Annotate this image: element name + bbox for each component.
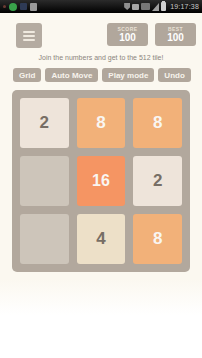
shield-status-icon <box>124 3 130 10</box>
tile-4: 4 <box>77 214 126 264</box>
tile-8: 8 <box>133 98 182 148</box>
clock-time: 19:17:38 <box>170 3 199 10</box>
green-app-notification-icon <box>9 3 17 11</box>
app-screen: 19:17:38 SCORE 100 BEST 100 Join the num… <box>0 0 202 358</box>
notification-dot-icon <box>3 5 6 8</box>
empty-cell <box>20 214 69 264</box>
gray-app-notification-icon <box>30 3 37 11</box>
notification-area <box>3 3 124 11</box>
signal-strength-icon <box>152 3 159 11</box>
toolbar: Grid Auto Move Play mode Undo <box>13 68 191 82</box>
best-box: BEST 100 <box>155 23 196 46</box>
score-box: SCORE 100 <box>107 23 148 46</box>
auto-move-button[interactable]: Auto Move <box>45 68 98 82</box>
system-status-area: 19:17:38 <box>124 2 199 11</box>
blue-app-notification-icon <box>20 3 27 10</box>
tile-2: 2 <box>133 156 182 206</box>
best-value: 100 <box>167 32 184 43</box>
grid-button[interactable]: Grid <box>13 68 41 82</box>
undo-button[interactable]: Undo <box>158 68 190 82</box>
score-value: 100 <box>119 32 136 43</box>
tile-16: 16 <box>77 156 126 206</box>
status-bar: 19:17:38 <box>0 0 202 13</box>
battery-icon <box>161 2 166 11</box>
menu-button[interactable] <box>16 23 42 48</box>
empty-cell <box>20 156 69 206</box>
hamburger-menu-icon <box>23 31 35 33</box>
network-status-icon <box>141 3 150 10</box>
tile-8: 8 <box>133 214 182 264</box>
tile-2: 2 <box>20 98 69 148</box>
tile-8: 8 <box>77 98 126 148</box>
game-board[interactable]: 28816248 <box>12 90 190 272</box>
play-mode-button[interactable]: Play mode <box>102 68 154 82</box>
goal-subtitle: Join the numbers and get to the 512 tile… <box>0 54 202 61</box>
screenshot-status-icon <box>132 4 139 10</box>
